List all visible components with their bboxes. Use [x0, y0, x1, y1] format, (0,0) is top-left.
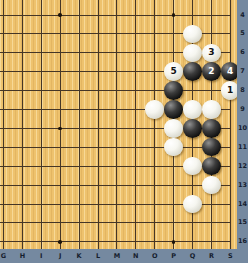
column-label-K: K: [73, 252, 85, 261]
stone-white-Q6[interactable]: [183, 44, 201, 62]
row-label-3: 3: [237, 0, 248, 1]
row-coordinate-strip: 345678910111213141516: [237, 0, 248, 263]
move-number-label: 5: [170, 67, 176, 76]
column-label-O: O: [149, 252, 161, 261]
move-number-label: 4: [227, 67, 233, 76]
stone-black-Q7[interactable]: [183, 62, 201, 80]
column-label-Q: Q: [187, 252, 199, 261]
stone-black-R7[interactable]: 2: [202, 62, 220, 80]
go-app-window: 35241 345678910111213141516 GHIJKLMNOPQR…: [0, 0, 248, 263]
row-label-5: 5: [237, 29, 248, 38]
stone-white-P10[interactable]: [164, 119, 182, 137]
move-number-label: 3: [208, 48, 214, 57]
column-label-M: M: [111, 252, 123, 261]
stone-white-Q14[interactable]: [183, 195, 201, 213]
column-label-N: N: [130, 252, 142, 261]
stone-black-R12[interactable]: [202, 157, 220, 175]
stone-black-R10[interactable]: [202, 119, 220, 137]
stone-white-R13[interactable]: [202, 176, 220, 194]
column-label-G: G: [0, 252, 10, 261]
stone-black-P9[interactable]: [164, 100, 182, 118]
move-number-label: 1: [227, 86, 233, 95]
row-label-9: 9: [237, 105, 248, 114]
row-label-15: 15: [237, 218, 248, 227]
stone-black-Q10[interactable]: [183, 119, 201, 137]
row-label-8: 8: [237, 86, 248, 95]
row-label-13: 13: [237, 181, 248, 190]
stone-white-R6[interactable]: 3: [202, 44, 220, 62]
stone-white-Q5[interactable]: [183, 25, 201, 43]
row-label-12: 12: [237, 162, 248, 171]
stone-white-R9[interactable]: [202, 100, 220, 118]
stones-grid[interactable]: 35241: [0, 6, 240, 252]
row-label-4: 4: [237, 11, 248, 20]
row-label-16: 16: [237, 237, 248, 246]
stone-black-R11[interactable]: [202, 138, 220, 156]
column-label-J: J: [54, 252, 66, 261]
row-label-6: 6: [237, 48, 248, 57]
stone-white-P11[interactable]: [164, 138, 182, 156]
column-coordinate-strip: GHIJKLMNOPQRS: [0, 249, 248, 263]
stone-white-Q9[interactable]: [183, 100, 201, 118]
move-number-label: 2: [208, 67, 214, 76]
row-label-10: 10: [237, 124, 248, 133]
column-label-R: R: [205, 252, 217, 261]
stone-white-Q12[interactable]: [183, 157, 201, 175]
row-label-14: 14: [237, 200, 248, 209]
column-label-H: H: [16, 252, 28, 261]
stone-white-P7[interactable]: 5: [164, 62, 182, 80]
row-label-7: 7: [237, 67, 248, 76]
stone-white-O9[interactable]: [145, 100, 163, 118]
column-label-I: I: [35, 252, 47, 261]
column-label-L: L: [92, 252, 104, 261]
column-label-S: S: [224, 252, 236, 261]
column-label-P: P: [168, 252, 180, 261]
row-label-11: 11: [237, 143, 248, 152]
stone-black-P8[interactable]: [164, 81, 182, 99]
